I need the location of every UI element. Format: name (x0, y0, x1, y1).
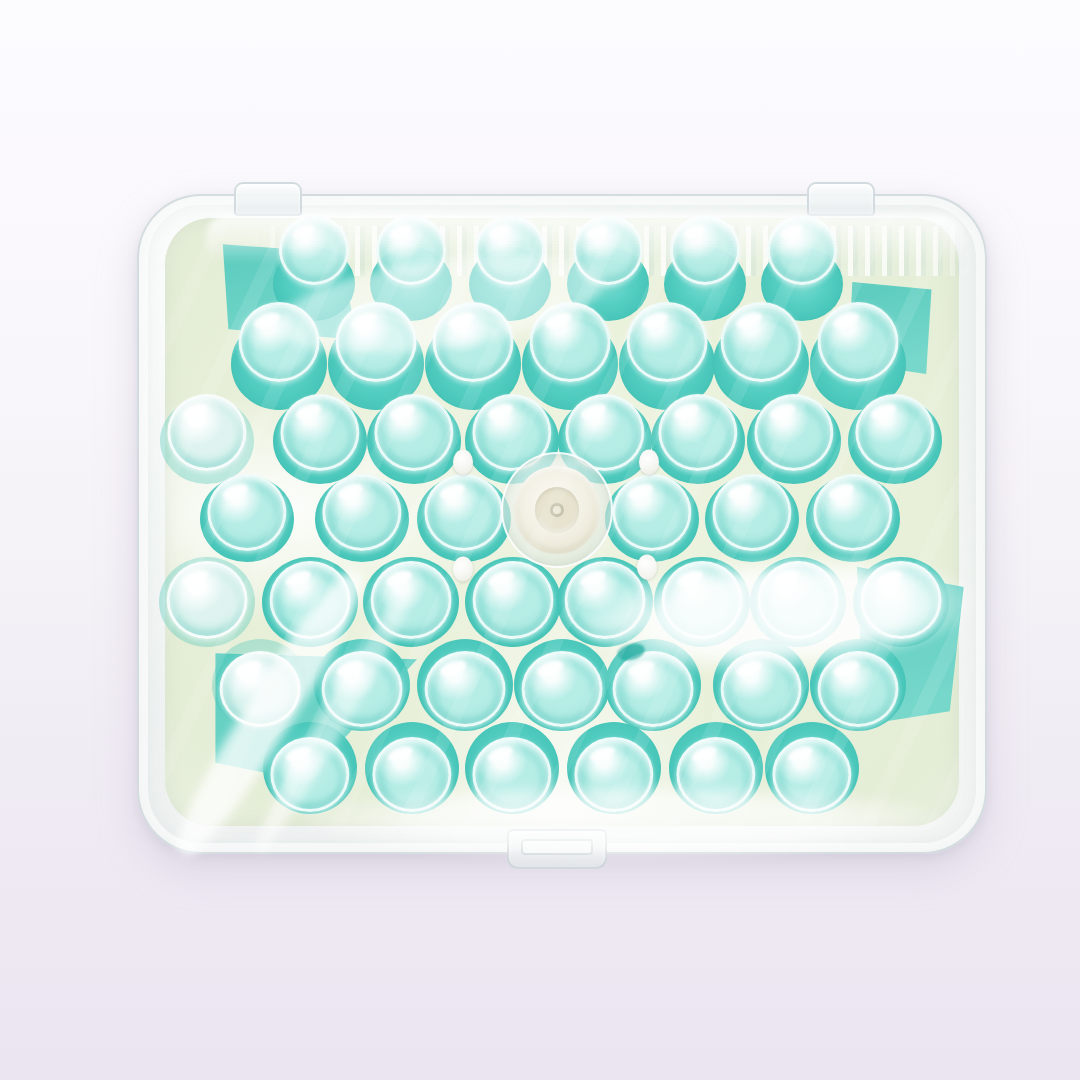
hinge-tab-left (234, 182, 302, 216)
product-photo (0, 0, 1080, 1080)
hinge-tab-right (807, 182, 875, 216)
plastic-case (137, 194, 987, 854)
film-sheen (165, 218, 959, 826)
inner-tray (165, 218, 959, 826)
clasp-tab (507, 829, 607, 869)
